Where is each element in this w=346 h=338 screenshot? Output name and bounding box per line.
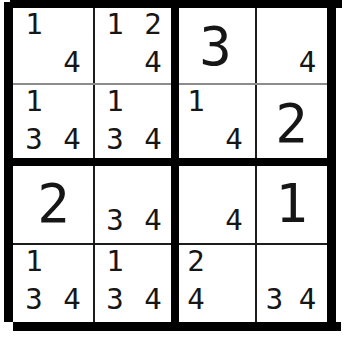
cell-r3c2[interactable]: 2 4	[175, 245, 256, 322]
cell-r2c3[interactable]: 1	[256, 162, 327, 245]
mark-bl: 3	[15, 281, 53, 319]
mark-bl: 4	[177, 281, 215, 319]
mark-br	[215, 44, 253, 82]
cell-r0c1[interactable]: 1 2 4	[94, 8, 175, 85]
mark-bl: 3	[15, 121, 53, 159]
cell-r2c1[interactable]: 3 4	[94, 162, 175, 245]
pencil-marks	[177, 6, 253, 81]
mark-tr	[291, 160, 324, 201]
pencil-marks: 1 3 4	[15, 83, 91, 158]
mark-bl	[15, 44, 53, 82]
mark-br: 4	[215, 201, 253, 242]
sudoku-board: 1 4 1 2 4 3	[13, 8, 327, 322]
mark-tl: 1	[96, 83, 134, 121]
mark-bl: 3	[96, 281, 134, 319]
mark-bl	[177, 201, 215, 242]
mark-bl: 3	[258, 281, 291, 319]
mark-tl: 1	[15, 83, 53, 121]
pencil-marks: 1 4	[177, 83, 253, 158]
pencil-marks	[15, 160, 91, 241]
pencil-marks	[258, 83, 324, 158]
mark-bl	[15, 201, 53, 242]
mark-br	[291, 121, 324, 159]
mark-tl	[177, 160, 215, 201]
mark-tl	[96, 160, 134, 201]
cell-r3c1[interactable]: 1 3 4	[94, 245, 175, 322]
pencil-marks: 4	[258, 6, 324, 81]
mark-tl: 1	[177, 83, 215, 121]
board-border-right	[327, 8, 336, 325]
mark-tr: 2	[134, 6, 172, 44]
pencil-marks: 1 3 4	[96, 243, 172, 318]
mark-tl: 2	[177, 243, 215, 281]
mark-bl	[258, 121, 291, 159]
mark-tr	[134, 160, 172, 201]
mark-tr	[53, 243, 91, 281]
pencil-marks: 2 4	[177, 243, 253, 318]
mark-tr	[291, 243, 324, 281]
mark-tl	[258, 243, 291, 281]
cell-r1c3[interactable]: 2	[256, 85, 327, 162]
mark-br: 4	[134, 44, 172, 82]
mark-tr	[215, 83, 253, 121]
cell-divider-horizontal-bottom	[13, 243, 327, 245]
mark-tr	[291, 83, 324, 121]
sudoku-screenshot: 1 4 1 2 4 3	[0, 0, 346, 338]
mark-bl: 3	[96, 121, 134, 159]
cell-r0c3[interactable]: 4	[256, 8, 327, 85]
mark-tr	[215, 6, 253, 44]
mark-bl: 3	[96, 201, 134, 242]
cell-r0c2[interactable]: 3	[175, 8, 256, 85]
mark-br: 4	[291, 281, 324, 319]
mark-tl: 1	[96, 243, 134, 281]
mark-tl	[258, 160, 291, 201]
cell-divider-horizontal-top	[13, 83, 327, 85]
mark-tr	[215, 160, 253, 201]
mark-tl: 1	[96, 6, 134, 44]
pencil-marks	[258, 160, 324, 241]
cell-r2c0[interactable]: 2	[13, 162, 94, 245]
cell-r2c2[interactable]: 4	[175, 162, 256, 245]
pencil-marks: 3 4	[258, 243, 324, 318]
cell-r0c0[interactable]: 1 4	[13, 8, 94, 85]
pencil-marks: 4	[177, 160, 253, 241]
cell-r1c1[interactable]: 1 3 4	[94, 85, 175, 162]
mark-bl	[177, 44, 215, 82]
board-border-left	[4, 2, 13, 322]
pencil-marks: 1 3 4	[96, 83, 172, 158]
pencil-marks: 1 3 4	[15, 243, 91, 318]
mark-br: 4	[291, 44, 324, 82]
mark-tl: 1	[15, 243, 53, 281]
mark-tl	[15, 160, 53, 201]
cell-r3c3[interactable]: 3 4	[256, 245, 327, 322]
mark-tl	[258, 83, 291, 121]
mark-bl	[258, 201, 291, 242]
mark-tr	[291, 6, 324, 44]
pencil-marks: 1 4	[15, 6, 91, 81]
box-divider-horizontal	[13, 158, 327, 166]
mark-bl	[177, 121, 215, 159]
mark-br: 4	[134, 201, 172, 242]
mark-br	[291, 201, 324, 242]
mark-tr	[215, 243, 253, 281]
mark-tr	[53, 160, 91, 201]
mark-tr	[53, 83, 91, 121]
mark-tl	[177, 6, 215, 44]
mark-tl: 1	[15, 6, 53, 44]
mark-br	[53, 201, 91, 242]
mark-bl	[96, 44, 134, 82]
pencil-marks: 1 2 4	[96, 6, 172, 81]
mark-br: 4	[134, 121, 172, 159]
cell-r1c0[interactable]: 1 3 4	[13, 85, 94, 162]
pencil-marks: 3 4	[96, 160, 172, 241]
mark-br	[215, 281, 253, 319]
mark-tr	[134, 83, 172, 121]
mark-br: 4	[53, 281, 91, 319]
mark-tr	[53, 6, 91, 44]
mark-br: 4	[53, 121, 91, 159]
mark-tl	[258, 6, 291, 44]
mark-br: 4	[134, 281, 172, 319]
mark-tr	[134, 243, 172, 281]
mark-br: 4	[215, 121, 253, 159]
mark-br: 4	[53, 44, 91, 82]
board-border-bottom	[13, 322, 341, 331]
cell-r1c2[interactable]: 1 4	[175, 85, 256, 162]
cell-r3c0[interactable]: 1 3 4	[13, 245, 94, 322]
mark-bl	[258, 44, 291, 82]
